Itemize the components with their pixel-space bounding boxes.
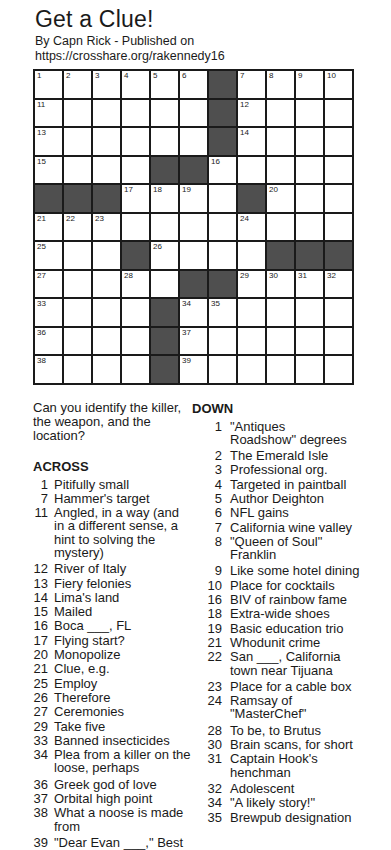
grid-cell[interactable]: 13 [35, 128, 62, 155]
grid-cell[interactable]: 22 [64, 214, 91, 241]
across-clue: 37Orbital high point [33, 792, 192, 805]
block-cell [180, 271, 207, 298]
down-clue: 24Ramsay of "MasterChef" [192, 694, 377, 721]
cell-number: 11 [37, 100, 45, 110]
clue-text: Clue, e.g. [54, 662, 110, 675]
grid-cell[interactable] [296, 128, 323, 155]
cell-number: 29 [240, 271, 249, 281]
block-cell [93, 185, 120, 212]
across-clue: 25Employ [33, 677, 192, 690]
clue-text: NFL gains [230, 506, 289, 519]
cell-number: 32 [327, 271, 336, 281]
block-cell [151, 328, 178, 355]
grid-cell[interactable] [151, 214, 178, 241]
cell-number: 31 [298, 271, 307, 281]
grid-cell[interactable] [325, 128, 352, 155]
clue-number: 27 [33, 705, 48, 718]
cell-number: 15 [37, 157, 46, 167]
clue-number: 36 [33, 778, 48, 791]
clue-number: 10 [192, 579, 222, 592]
cell-number: 35 [211, 299, 220, 309]
cell-number: 28 [124, 271, 133, 281]
clue-text: Ramsay of "MasterChef" [230, 694, 306, 721]
clue-number: 21 [192, 636, 222, 649]
grid-cell[interactable]: 35 [209, 299, 236, 326]
block-cell [325, 242, 352, 269]
clue-text: Boca ___, FL [54, 619, 131, 632]
grid-cell[interactable]: 34 [180, 299, 207, 326]
grid-cell[interactable]: 23 [93, 214, 120, 241]
grid-cell[interactable]: 39 [180, 356, 207, 383]
cell-number: 25 [37, 242, 46, 252]
across-clue-list: 1Pitifully small7Hammer's target11Angled… [33, 478, 192, 850]
across-clue: 17Flying start? [33, 634, 192, 647]
clue-number: 31 [192, 752, 222, 779]
down-header: DOWN [192, 401, 377, 416]
clue-number: 23 [192, 680, 222, 693]
down-clue: 35Brewpub designation [192, 811, 377, 824]
grid-cell[interactable] [64, 328, 91, 355]
grid-cell[interactable]: 4 [122, 71, 149, 98]
grid-cell[interactable] [180, 128, 207, 155]
grid-cell[interactable]: 32 [325, 271, 352, 298]
grid-cell[interactable]: 17 [122, 185, 149, 212]
grid-cell[interactable] [238, 356, 265, 383]
clue-number: 33 [33, 734, 48, 747]
grid-cell[interactable]: 38 [35, 356, 62, 383]
grid-cell[interactable]: 8 [267, 71, 294, 98]
grid-cell[interactable] [296, 299, 323, 326]
across-clue: 34Plea from a killer on the loose, perha… [33, 748, 192, 775]
block-cell [64, 185, 91, 212]
crossword-grid: 1234567891011121314151617181920212223242… [33, 69, 354, 385]
block-cell [35, 185, 62, 212]
clue-number: 37 [33, 792, 48, 805]
clue-number: 1 [192, 420, 222, 447]
block-cell [296, 242, 323, 269]
down-clue: 31Captain Hook's henchman [192, 752, 377, 779]
block-cell [209, 128, 236, 155]
grid-cell[interactable] [267, 100, 294, 127]
clue-number: 5 [192, 492, 222, 505]
clue-number: 26 [33, 691, 48, 704]
clue-text: Plea from a killer on the loose, perhaps [54, 748, 191, 775]
clue-number: 16 [33, 619, 48, 632]
grid-cell[interactable]: 11 [35, 100, 62, 127]
clue-text: Ceremonies [54, 705, 124, 718]
grid-cell[interactable] [296, 100, 323, 127]
clue-text: Professional org. [230, 463, 328, 476]
clue-text: San ___, California town near Tijuana [230, 650, 341, 677]
clue-number: 17 [33, 634, 48, 647]
grid-cell[interactable]: 20 [267, 185, 294, 212]
clue-text: Fiery felonies [54, 577, 131, 590]
down-clue: 23Place for a cable box [192, 680, 377, 693]
grid-cell[interactable] [325, 185, 352, 212]
grid-cell[interactable] [296, 356, 323, 383]
grid-cell[interactable] [209, 356, 236, 383]
grid-cell[interactable]: 6 [180, 71, 207, 98]
clue-number: 4 [192, 478, 222, 491]
clue-text: Mailed [54, 605, 92, 618]
clue-text: To be, to Brutus [230, 724, 321, 737]
down-clue: 16BIV of rainbow fame [192, 593, 377, 606]
cell-number: 33 [37, 299, 46, 309]
grid-cell[interactable]: 37 [180, 328, 207, 355]
clue-text: Author Deighton [230, 492, 324, 505]
clue-text: Whodunit crime [230, 636, 320, 649]
clue-number: 7 [33, 492, 48, 505]
clue-number: 30 [192, 738, 222, 751]
clue-number: 22 [192, 650, 222, 677]
clue-text: Targeted in paintball [230, 478, 346, 491]
clue-text: The Emerald Isle [230, 449, 328, 462]
clue-number: 9 [192, 564, 222, 577]
clue-text: Hammer's target [54, 492, 150, 505]
clue-text: What a noose is made from [54, 806, 183, 833]
grid-cell[interactable]: 36 [35, 328, 62, 355]
clue-number: 1 [33, 478, 48, 491]
block-cell [151, 157, 178, 184]
grid-cell[interactable] [122, 214, 149, 241]
cell-number: 30 [269, 271, 278, 281]
grid-cell[interactable] [180, 214, 207, 241]
grid-cell[interactable] [325, 214, 352, 241]
block-cell [151, 299, 178, 326]
clue-text: Greek god of love [54, 778, 157, 791]
clue-text: Monopolize [54, 648, 121, 661]
clue-text: Pitifully small [54, 478, 129, 491]
clue-number: 20 [33, 648, 48, 661]
clue-number: 11 [33, 506, 48, 559]
grid-cell[interactable]: 29 [238, 271, 265, 298]
cell-number: 37 [182, 328, 191, 338]
grid-cell[interactable] [209, 185, 236, 212]
grid-cell[interactable] [238, 299, 265, 326]
grid-cell[interactable] [64, 128, 91, 155]
down-clue: 32Adolescent [192, 782, 377, 795]
grid-cell[interactable]: 27 [35, 271, 62, 298]
across-clue: 1Pitifully small [33, 478, 192, 491]
across-clue: 33Banned insecticides [33, 734, 192, 747]
clue-text: Employ [54, 677, 97, 690]
grid-cell[interactable] [296, 157, 323, 184]
clue-text: Flying start? [54, 634, 125, 647]
cell-number: 4 [124, 71, 128, 81]
clue-text: Banned insecticides [54, 734, 170, 747]
across-clue: 15Mailed [33, 605, 192, 618]
cell-number: 12 [240, 100, 249, 110]
cell-number: 8 [269, 71, 273, 81]
clue-number: 29 [33, 720, 48, 733]
clue-number: 7 [192, 521, 222, 534]
grid-cell[interactable] [122, 328, 149, 355]
grid-cell[interactable]: 14 [238, 128, 265, 155]
across-clue: 7Hammer's target [33, 492, 192, 505]
clue-number: 35 [192, 811, 222, 824]
grid-cell[interactable]: 28 [122, 271, 149, 298]
down-clue: 34"A likely story!" [192, 796, 377, 809]
across-clue: 14Lima's land [33, 591, 192, 604]
clue-text: River of Italy [54, 562, 126, 575]
grid-cell[interactable] [151, 128, 178, 155]
grid-cell[interactable] [325, 100, 352, 127]
grid-cell[interactable] [93, 100, 120, 127]
cell-number: 13 [37, 128, 46, 138]
clue-number: 25 [33, 677, 48, 690]
grid-cell[interactable] [267, 328, 294, 355]
grid-cell[interactable] [325, 356, 352, 383]
down-clue: 5Author Deighton [192, 492, 377, 505]
grid-cell[interactable] [209, 328, 236, 355]
grid-cell[interactable] [122, 356, 149, 383]
clue-text: Place for cocktails [230, 579, 335, 592]
clue-number: 13 [33, 577, 48, 590]
clue-text: Place for a cable box [230, 680, 351, 693]
across-clue: 16Boca ___, FL [33, 619, 192, 632]
grid-cell[interactable] [325, 157, 352, 184]
cell-number: 2 [66, 71, 70, 81]
across-clue: 11Angled, in a way (and in a different s… [33, 506, 192, 559]
clue-number: 8 [192, 535, 222, 562]
cell-number: 19 [182, 185, 191, 195]
clue-number: 12 [33, 562, 48, 575]
cell-number: 7 [240, 71, 244, 81]
grid-cell[interactable]: 3 [93, 71, 120, 98]
grid-cell[interactable]: 25 [35, 242, 62, 269]
cell-number: 10 [327, 71, 336, 81]
clue-text: "A likely story!" [230, 796, 315, 809]
clue-number: 19 [192, 622, 222, 635]
grid-cell[interactable] [325, 328, 352, 355]
grid-cell[interactable] [64, 299, 91, 326]
grid-cell[interactable]: 10 [325, 71, 352, 98]
clue-text: Angled, in a way (and in a different sen… [54, 506, 179, 559]
grid-cell[interactable] [64, 271, 91, 298]
right-column: DOWN 1"Antiques Roadshow" degrees2The Em… [192, 401, 377, 850]
clue-number: 2 [192, 449, 222, 462]
cell-number: 26 [153, 242, 162, 252]
clue-number: 15 [33, 605, 48, 618]
grid-cell[interactable]: 1 [35, 71, 62, 98]
grid-cell[interactable] [93, 356, 120, 383]
block-cell [209, 71, 236, 98]
clue-text: BIV of rainbow fame [230, 593, 347, 606]
across-clue: 26Therefore [33, 691, 192, 704]
down-clue: 10Place for cocktails [192, 579, 377, 592]
cell-number: 16 [211, 157, 220, 167]
cell-number: 3 [95, 71, 99, 81]
clue-text: Basic education trio [230, 622, 343, 635]
cell-number: 24 [240, 214, 249, 224]
down-clue: 9Like some hotel dining [192, 564, 377, 577]
grid-cell[interactable]: 2 [64, 71, 91, 98]
cell-number: 36 [37, 328, 46, 338]
cell-number: 21 [37, 214, 46, 224]
block-cell [180, 157, 207, 184]
down-clue: 18Extra-wide shoes [192, 607, 377, 620]
cell-number: 39 [182, 356, 191, 366]
cell-number: 27 [37, 271, 46, 281]
grid-cell[interactable] [238, 328, 265, 355]
across-clue: 20Monopolize [33, 648, 192, 661]
cell-number: 38 [37, 356, 46, 366]
cell-number: 1 [37, 71, 41, 81]
down-clue: 3Professional org. [192, 463, 377, 476]
down-clue: 7California wine valley [192, 521, 377, 534]
grid-cell[interactable] [93, 271, 120, 298]
grid-cell[interactable] [238, 242, 265, 269]
cell-number: 23 [95, 214, 104, 224]
grid-cell[interactable]: 19 [180, 185, 207, 212]
across-clue: 29Take five [33, 720, 192, 733]
grid-cell[interactable] [122, 157, 149, 184]
cell-number: 20 [269, 185, 278, 195]
grid-cell[interactable]: 5 [151, 71, 178, 98]
grid-cell[interactable] [64, 100, 91, 127]
across-clue: 12River of Italy [33, 562, 192, 575]
grid-cell[interactable] [180, 242, 207, 269]
across-header: ACROSS [33, 459, 192, 474]
cell-number: 18 [153, 185, 162, 195]
clue-text: California wine valley [230, 521, 352, 534]
down-clue: 28To be, to Brutus [192, 724, 377, 737]
clue-text: Brain scans, for short [230, 738, 353, 751]
crossword-print-page: Get a Clue! By Capn Rick - Published on … [0, 0, 391, 850]
down-clue: 8"Queen of Soul" Franklin [192, 535, 377, 562]
down-clue: 4Targeted in paintball [192, 478, 377, 491]
clue-number: 18 [192, 607, 222, 620]
clue-text: Brewpub designation [230, 811, 351, 824]
across-clue: 13Fiery felonies [33, 577, 192, 590]
clue-text: Extra-wide shoes [230, 607, 330, 620]
grid-cell[interactable]: 16 [209, 157, 236, 184]
grid-cell[interactable] [151, 100, 178, 127]
down-clue: 19Basic education trio [192, 622, 377, 635]
grid-cell[interactable] [267, 157, 294, 184]
clue-text: "Dear Evan ___," Best Musical of 2017 [54, 836, 183, 850]
grid-cell[interactable] [325, 299, 352, 326]
grid-cell[interactable] [296, 185, 323, 212]
clue-number: 32 [192, 782, 222, 795]
grid-cell[interactable]: 15 [35, 157, 62, 184]
grid-cell[interactable] [122, 299, 149, 326]
clue-number: 34 [33, 748, 48, 775]
grid-cell[interactable] [93, 157, 120, 184]
grid-cell[interactable]: 18 [151, 185, 178, 212]
grid-cell[interactable] [93, 299, 120, 326]
grid-cell[interactable]: 7 [238, 71, 265, 98]
grid-cell[interactable]: 31 [296, 271, 323, 298]
grid-cell[interactable] [296, 328, 323, 355]
puzzle-byline: By Capn Rick - Published on https://cros… [35, 34, 377, 64]
clue-number: 14 [33, 591, 48, 604]
clue-text: Adolescent [230, 782, 294, 795]
grid-cell[interactable] [209, 242, 236, 269]
clue-section: Can you identify the killer, the weapon,… [33, 401, 377, 850]
grid-cell[interactable] [122, 128, 149, 155]
cell-number: 5 [153, 71, 157, 81]
grid-cell[interactable] [180, 100, 207, 127]
grid-cell[interactable]: 9 [296, 71, 323, 98]
grid-cell[interactable] [267, 214, 294, 241]
clue-number: 24 [192, 694, 222, 721]
across-clue: 36Greek god of love [33, 778, 192, 791]
grid-cell[interactable]: 26 [151, 242, 178, 269]
block-cell [151, 356, 178, 383]
grid-cell[interactable]: 33 [35, 299, 62, 326]
clue-number: 21 [33, 662, 48, 675]
clue-text: Lima's land [54, 591, 119, 604]
block-cell [122, 242, 149, 269]
cell-number: 9 [298, 71, 302, 81]
clue-text: Orbital high point [54, 792, 152, 805]
cell-number: 34 [182, 299, 191, 309]
grid-cell[interactable]: 30 [267, 271, 294, 298]
grid-cell[interactable] [93, 128, 120, 155]
grid-cell[interactable] [209, 214, 236, 241]
grid-cell[interactable] [267, 356, 294, 383]
clue-number: 3 [192, 463, 222, 476]
grid-cell[interactable] [64, 242, 91, 269]
grid-cell[interactable] [93, 328, 120, 355]
clue-number: 28 [192, 724, 222, 737]
clue-text: Captain Hook's henchman [230, 752, 318, 779]
puzzle-intro: Can you identify the killer, the weapon,… [33, 401, 192, 443]
grid-cell[interactable] [93, 242, 120, 269]
grid-cell[interactable] [64, 157, 91, 184]
block-cell [238, 185, 265, 212]
grid-cell[interactable]: 24 [238, 214, 265, 241]
grid-cell[interactable] [64, 356, 91, 383]
down-clue: 6NFL gains [192, 506, 377, 519]
grid-cell[interactable] [267, 128, 294, 155]
across-clue: 21Clue, e.g. [33, 662, 192, 675]
grid-cell[interactable]: 21 [35, 214, 62, 241]
down-clue: 22San ___, California town near Tijuana [192, 650, 377, 677]
cell-number: 17 [124, 185, 133, 195]
down-clue: 2The Emerald Isle [192, 449, 377, 462]
clue-text: Like some hotel dining [230, 564, 359, 577]
across-clue: 38What a noose is made from [33, 806, 192, 833]
down-clue: 21Whodunit crime [192, 636, 377, 649]
block-cell [209, 271, 236, 298]
clue-number: 6 [192, 506, 222, 519]
down-clue: 30Brain scans, for short [192, 738, 377, 751]
across-clue: 39"Dear Evan ___," Best Musical of 2017 [33, 836, 192, 850]
block-cell [209, 100, 236, 127]
clue-number: 34 [192, 796, 222, 809]
clue-text: "Antiques Roadshow" degrees [230, 420, 347, 447]
down-clue: 1"Antiques Roadshow" degrees [192, 420, 377, 447]
grid-cell[interactable] [122, 100, 149, 127]
block-cell [267, 242, 294, 269]
across-clue: 27Ceremonies [33, 705, 192, 718]
clue-number: 38 [33, 806, 48, 833]
down-clue-list: 1"Antiques Roadshow" degrees2The Emerald… [192, 420, 377, 824]
clue-text: "Queen of Soul" Franklin [230, 535, 322, 562]
clue-text: Therefore [54, 691, 110, 704]
grid-cell[interactable] [151, 271, 178, 298]
clue-number: 16 [192, 593, 222, 606]
clue-number: 39 [33, 836, 48, 850]
cell-number: 14 [240, 128, 249, 138]
grid-cell[interactable]: 12 [238, 100, 265, 127]
grid-cell[interactable] [296, 214, 323, 241]
cell-number: 6 [182, 71, 186, 81]
grid-cell[interactable] [238, 157, 265, 184]
grid-cell[interactable] [267, 299, 294, 326]
